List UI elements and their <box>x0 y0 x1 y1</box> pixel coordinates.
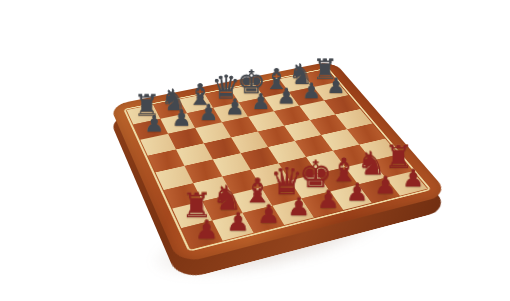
white-pawn: ♟ <box>194 217 218 243</box>
black-pawn: ♟ <box>144 113 164 136</box>
white-pawn: ♟ <box>287 194 310 220</box>
white-pawn: ♟ <box>316 187 339 212</box>
black-pawn: ♟ <box>301 81 320 102</box>
white-pawn: ♟ <box>345 180 367 205</box>
white-pawn: ♟ <box>402 166 424 191</box>
product-photo-canvas: ♜♞♝♛♚♝♞♜♟♟♟♟♟♟♟♟♜♞♝♛♚♝♞♜♟♟♟♟♟♟♟♟ <box>0 0 510 301</box>
white-pawn: ♟ <box>226 209 249 235</box>
black-pawn: ♟ <box>171 107 191 129</box>
black-pawn: ♟ <box>251 91 271 113</box>
white-pawn: ♟ <box>374 173 396 198</box>
white-pawn: ♟ <box>257 202 280 228</box>
black-pawn: ♟ <box>276 86 295 108</box>
black-pawn: ♟ <box>326 76 345 97</box>
black-pawn: ♟ <box>225 96 245 118</box>
black-pawn: ♟ <box>198 102 218 124</box>
